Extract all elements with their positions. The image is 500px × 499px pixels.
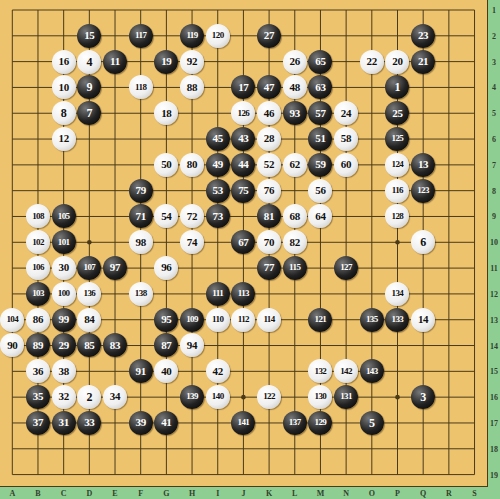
stone-white-74: 74	[180, 230, 204, 254]
stone-white-30: 30	[52, 256, 76, 280]
col-label-D: D	[86, 489, 92, 498]
stone-white-68: 68	[283, 204, 307, 228]
row-label-6: 6	[492, 135, 496, 144]
stone-black-95: 95	[154, 308, 178, 332]
stone-black-133: 133	[385, 308, 409, 332]
stone-white-20: 20	[385, 50, 409, 74]
col-label-I: I	[216, 489, 219, 498]
stone-white-32: 32	[52, 385, 76, 409]
stone-white-72: 72	[180, 204, 204, 228]
col-label-K: K	[266, 489, 272, 498]
stone-black-141: 141	[231, 411, 255, 435]
stone-white-52: 52	[257, 153, 281, 177]
stone-white-22: 22	[360, 50, 384, 74]
stone-white-110: 110	[206, 308, 230, 332]
stone-black-27: 27	[257, 24, 281, 48]
stone-black-5: 5	[360, 411, 384, 435]
stone-black-91: 91	[129, 359, 153, 383]
stone-white-142: 142	[334, 359, 358, 383]
column-coordinate-strip: ABCDEFGHIJKLMNOPQRS	[0, 487, 488, 499]
stone-white-96: 96	[154, 256, 178, 280]
stone-white-42: 42	[206, 359, 230, 383]
stone-white-18: 18	[154, 101, 178, 125]
stone-black-3: 3	[411, 385, 435, 409]
stone-white-62: 62	[283, 153, 307, 177]
col-label-E: E	[112, 489, 117, 498]
stone-black-93: 93	[283, 101, 307, 125]
stone-black-49: 49	[206, 153, 230, 177]
stone-black-135: 135	[360, 308, 384, 332]
row-label-1: 1	[492, 6, 496, 15]
stone-black-89: 89	[26, 333, 50, 357]
stone-black-79: 79	[129, 179, 153, 203]
stone-black-85: 85	[77, 333, 101, 357]
stone-white-28: 28	[257, 127, 281, 151]
stone-black-67: 67	[231, 230, 255, 254]
stone-white-76: 76	[257, 179, 281, 203]
stone-black-13: 13	[411, 153, 435, 177]
stone-white-114: 114	[257, 308, 281, 332]
col-label-C: C	[61, 489, 67, 498]
col-label-P: P	[395, 489, 400, 498]
stone-black-59: 59	[308, 153, 332, 177]
stone-black-129: 129	[308, 411, 332, 435]
stone-black-107: 107	[77, 256, 101, 280]
stone-black-11: 11	[103, 50, 127, 74]
stone-black-119: 119	[180, 24, 204, 48]
col-label-N: N	[343, 489, 349, 498]
stone-white-16: 16	[52, 50, 76, 74]
stone-white-124: 124	[385, 153, 409, 177]
row-label-15: 15	[490, 367, 498, 376]
stone-black-77: 77	[257, 256, 281, 280]
stone-black-29: 29	[52, 333, 76, 357]
stone-black-23: 23	[411, 24, 435, 48]
stone-black-113: 113	[231, 282, 255, 306]
stone-white-98: 98	[129, 230, 153, 254]
row-label-10: 10	[490, 238, 498, 247]
stone-black-17: 17	[231, 75, 255, 99]
stone-white-80: 80	[180, 153, 204, 177]
stone-white-118: 118	[129, 75, 153, 99]
stone-black-115: 115	[283, 256, 307, 280]
stone-white-70: 70	[257, 230, 281, 254]
stone-black-143: 143	[360, 359, 384, 383]
stone-black-123: 123	[411, 179, 435, 203]
stone-black-1: 1	[385, 75, 409, 99]
col-label-S: S	[472, 489, 476, 498]
stone-black-105: 105	[52, 204, 76, 228]
row-label-9: 9	[492, 212, 496, 221]
stone-black-97: 97	[103, 256, 127, 280]
stone-white-140: 140	[206, 385, 230, 409]
col-label-F: F	[138, 489, 143, 498]
row-label-18: 18	[490, 444, 498, 453]
stone-black-53: 53	[206, 179, 230, 203]
stone-black-99: 99	[52, 308, 76, 332]
row-label-17: 17	[490, 418, 498, 427]
stone-black-137: 137	[283, 411, 307, 435]
stone-white-112: 112	[231, 308, 255, 332]
stone-black-45: 45	[206, 127, 230, 151]
stone-black-83: 83	[103, 333, 127, 357]
stone-black-7: 7	[77, 101, 101, 125]
stone-black-9: 9	[77, 75, 101, 99]
stone-white-136: 136	[77, 282, 101, 306]
stone-white-104: 104	[0, 308, 24, 332]
stone-white-4: 4	[77, 50, 101, 74]
stone-white-54: 54	[154, 204, 178, 228]
stone-white-128: 128	[385, 204, 409, 228]
row-label-13: 13	[490, 315, 498, 324]
col-label-R: R	[446, 489, 452, 498]
stone-white-38: 38	[52, 359, 76, 383]
row-label-5: 5	[492, 109, 496, 118]
stone-black-57: 57	[308, 101, 332, 125]
stone-white-36: 36	[26, 359, 50, 383]
stone-white-48: 48	[283, 75, 307, 99]
col-label-L: L	[292, 489, 297, 498]
stone-black-111: 111	[206, 282, 230, 306]
row-label-3: 3	[492, 57, 496, 66]
stone-white-14: 14	[411, 308, 435, 332]
stone-white-24: 24	[334, 101, 358, 125]
stone-black-33: 33	[77, 411, 101, 435]
stone-black-101: 101	[52, 230, 76, 254]
stone-white-120: 120	[206, 24, 230, 48]
stone-white-90: 90	[0, 333, 24, 357]
stone-white-92: 92	[180, 50, 204, 74]
row-label-19: 19	[490, 470, 498, 479]
stone-black-87: 87	[154, 333, 178, 357]
stone-white-26: 26	[283, 50, 307, 74]
row-label-4: 4	[492, 83, 496, 92]
stone-white-88: 88	[180, 75, 204, 99]
stone-white-40: 40	[154, 359, 178, 383]
stone-black-63: 63	[308, 75, 332, 99]
stone-black-31: 31	[52, 411, 76, 435]
stone-white-94: 94	[180, 333, 204, 357]
row-label-8: 8	[492, 186, 496, 195]
stone-black-25: 25	[385, 101, 409, 125]
stone-white-60: 60	[334, 153, 358, 177]
stone-black-19: 19	[154, 50, 178, 74]
stone-black-121: 121	[308, 308, 332, 332]
stone-white-130: 130	[308, 385, 332, 409]
stone-black-35: 35	[26, 385, 50, 409]
stone-black-125: 125	[385, 127, 409, 151]
stone-black-44: 44	[231, 153, 255, 177]
stone-black-43: 43	[231, 127, 255, 151]
stone-black-81: 81	[257, 204, 281, 228]
stone-white-106: 106	[26, 256, 50, 280]
stone-white-86: 86	[26, 308, 50, 332]
stone-black-21: 21	[411, 50, 435, 74]
stone-white-116: 116	[385, 179, 409, 203]
col-label-B: B	[35, 489, 40, 498]
col-label-M: M	[317, 489, 325, 498]
stone-black-131: 131	[334, 385, 358, 409]
stone-white-58: 58	[334, 127, 358, 151]
stones-layer: 1234567891011121314151617181920212223242…	[0, 0, 487, 488]
stone-black-117: 117	[129, 24, 153, 48]
stone-black-51: 51	[308, 127, 332, 151]
stone-black-65: 65	[308, 50, 332, 74]
stone-black-75: 75	[231, 179, 255, 203]
stone-white-12: 12	[52, 127, 76, 151]
stone-white-84: 84	[77, 308, 101, 332]
stone-white-100: 100	[52, 282, 76, 306]
row-label-16: 16	[490, 393, 498, 402]
col-label-J: J	[241, 489, 245, 498]
row-label-2: 2	[492, 31, 496, 40]
stone-black-73: 73	[206, 204, 230, 228]
stone-black-139: 139	[180, 385, 204, 409]
stone-black-39: 39	[129, 411, 153, 435]
row-label-7: 7	[492, 160, 496, 169]
stone-white-56: 56	[308, 179, 332, 203]
stone-black-103: 103	[26, 282, 50, 306]
stone-black-127: 127	[334, 256, 358, 280]
stone-white-46: 46	[257, 101, 281, 125]
stone-white-2: 2	[77, 385, 101, 409]
stone-white-138: 138	[129, 282, 153, 306]
stone-white-64: 64	[308, 204, 332, 228]
stone-white-34: 34	[103, 385, 127, 409]
stone-white-134: 134	[385, 282, 409, 306]
stone-black-41: 41	[154, 411, 178, 435]
stone-white-126: 126	[231, 101, 255, 125]
stone-black-47: 47	[257, 75, 281, 99]
stone-white-82: 82	[283, 230, 307, 254]
row-label-11: 11	[490, 264, 498, 273]
stone-white-132: 132	[308, 359, 332, 383]
stone-white-10: 10	[52, 75, 76, 99]
stone-black-109: 109	[180, 308, 204, 332]
row-label-12: 12	[490, 289, 498, 298]
col-label-H: H	[189, 489, 195, 498]
stone-white-6: 6	[411, 230, 435, 254]
row-coordinate-strip: 12345678910111213141516171819	[488, 0, 500, 499]
stone-white-108: 108	[26, 204, 50, 228]
stone-black-15: 15	[77, 24, 101, 48]
stone-white-122: 122	[257, 385, 281, 409]
col-label-A: A	[9, 489, 15, 498]
stone-white-102: 102	[26, 230, 50, 254]
col-label-O: O	[369, 489, 375, 498]
stone-black-71: 71	[129, 204, 153, 228]
go-board[interactable]: 1234567891011121314151617181920212223242…	[0, 0, 500, 499]
stone-black-37: 37	[26, 411, 50, 435]
col-label-Q: Q	[420, 489, 426, 498]
col-label-G: G	[163, 489, 169, 498]
row-label-14: 14	[490, 341, 498, 350]
stone-white-50: 50	[154, 153, 178, 177]
stone-white-8: 8	[52, 101, 76, 125]
